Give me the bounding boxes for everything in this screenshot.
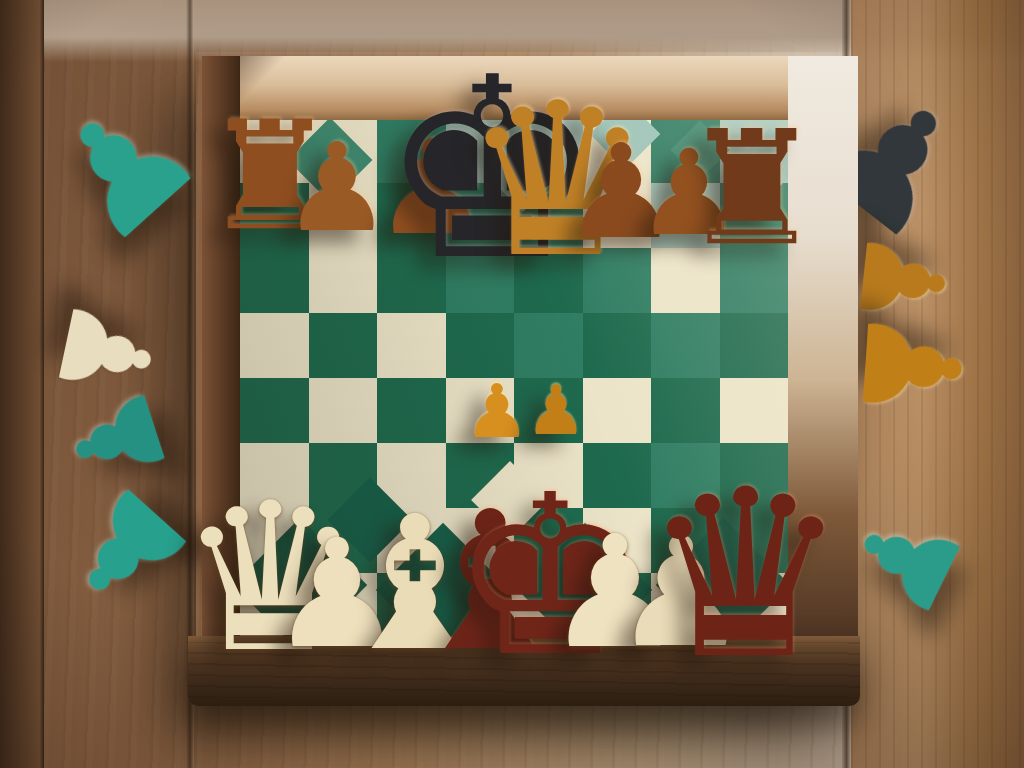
board-cell-f5[interactable] <box>583 313 652 378</box>
board-cell-h4[interactable] <box>720 378 789 443</box>
chess-piece-pawn[interactable]: ♟ <box>522 377 590 445</box>
board-cell-f4[interactable] <box>583 378 652 443</box>
chessboard-scene: ♟♟♟♟♟♟♟♟ ♜♟♟♚♛♟♟♜♟♟♛♟♝♝♚♟♟♛ Overhead art… <box>0 0 1024 768</box>
board-cell-c4[interactable] <box>377 378 446 443</box>
loose-piece[interactable]: ♟ <box>841 296 982 437</box>
board-cell-a4[interactable] <box>240 378 309 443</box>
board-cell-c5[interactable] <box>377 313 446 378</box>
board-cell-a5[interactable] <box>240 313 309 378</box>
board-cell-b5[interactable] <box>309 313 378 378</box>
chess-piece-queen[interactable]: ♛ <box>629 459 861 691</box>
chess-piece-rook[interactable]: ♜ <box>673 109 831 267</box>
board-cell-b4[interactable] <box>309 378 378 443</box>
board-cell-g5[interactable] <box>651 313 720 378</box>
board-cell-g4[interactable] <box>651 378 720 443</box>
board-cell-h5[interactable] <box>720 313 789 378</box>
